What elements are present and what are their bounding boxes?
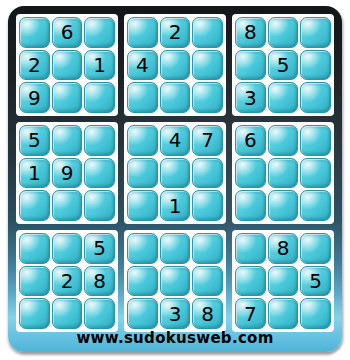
- cell-r5c7[interactable]: [235, 158, 266, 189]
- cell-r8c3[interactable]: 8: [84, 266, 115, 297]
- cell-r6c6[interactable]: [192, 190, 223, 221]
- cell-r9c5[interactable]: 3: [160, 298, 191, 329]
- cell-r6c3[interactable]: [84, 190, 115, 221]
- cell-r3c9[interactable]: [300, 82, 331, 113]
- cell-r4c3[interactable]: [84, 125, 115, 156]
- cell-r6c5[interactable]: 1: [160, 190, 191, 221]
- cell-r9c1[interactable]: [19, 298, 50, 329]
- cell-r2c3[interactable]: 1: [84, 50, 115, 81]
- cell-r8c7[interactable]: [235, 266, 266, 297]
- cell-r1c1[interactable]: [19, 17, 50, 48]
- cell-r5c6[interactable]: [192, 158, 223, 189]
- block-1-3: 853: [232, 14, 334, 116]
- cell-r1c2[interactable]: 6: [52, 17, 83, 48]
- footer-bar: www.sudokusweb.com: [8, 326, 342, 352]
- cell-r2c9[interactable]: [300, 50, 331, 81]
- cell-r2c6[interactable]: [192, 50, 223, 81]
- cell-r2c4[interactable]: 4: [127, 50, 158, 81]
- cell-r8c6[interactable]: [192, 266, 223, 297]
- cell-r2c1[interactable]: 2: [19, 50, 50, 81]
- cell-r8c5[interactable]: [160, 266, 191, 297]
- cell-r5c1[interactable]: 1: [19, 158, 50, 189]
- cell-r9c7[interactable]: 7: [235, 298, 266, 329]
- cell-r5c9[interactable]: [300, 158, 331, 189]
- cell-r8c1[interactable]: [19, 266, 50, 297]
- cell-r7c2[interactable]: [52, 233, 83, 264]
- cell-r3c3[interactable]: [84, 82, 115, 113]
- cell-r9c2[interactable]: [52, 298, 83, 329]
- cell-r9c6[interactable]: 8: [192, 298, 223, 329]
- block-1-1: 6219: [16, 14, 118, 116]
- cell-r1c5[interactable]: 2: [160, 17, 191, 48]
- cell-r3c1[interactable]: 9: [19, 82, 50, 113]
- cell-r2c8[interactable]: 5: [268, 50, 299, 81]
- cell-r5c2[interactable]: 9: [52, 158, 83, 189]
- cell-r5c3[interactable]: [84, 158, 115, 189]
- cell-r3c4[interactable]: [127, 82, 158, 113]
- cell-r4c2[interactable]: [52, 125, 83, 156]
- cell-r6c2[interactable]: [52, 190, 83, 221]
- cell-r2c2[interactable]: [52, 50, 83, 81]
- cell-r4c7[interactable]: 6: [235, 125, 266, 156]
- cell-r4c1[interactable]: 5: [19, 125, 50, 156]
- cell-r3c6[interactable]: [192, 82, 223, 113]
- cell-r7c1[interactable]: [19, 233, 50, 264]
- cell-r5c4[interactable]: [127, 158, 158, 189]
- block-2-1: 519: [16, 122, 118, 224]
- block-1-2: 24: [124, 14, 226, 116]
- cell-r7c7[interactable]: [235, 233, 266, 264]
- cell-r5c8[interactable]: [268, 158, 299, 189]
- cell-r3c5[interactable]: [160, 82, 191, 113]
- cell-r7c8[interactable]: 8: [268, 233, 299, 264]
- cell-r4c5[interactable]: 4: [160, 125, 191, 156]
- cell-r4c4[interactable]: [127, 125, 158, 156]
- cell-r3c8[interactable]: [268, 82, 299, 113]
- cell-r6c9[interactable]: [300, 190, 331, 221]
- cell-r1c6[interactable]: [192, 17, 223, 48]
- cell-r4c6[interactable]: 7: [192, 125, 223, 156]
- cell-r8c2[interactable]: 2: [52, 266, 83, 297]
- cell-r7c5[interactable]: [160, 233, 191, 264]
- cell-r9c8[interactable]: [268, 298, 299, 329]
- cell-r6c1[interactable]: [19, 190, 50, 221]
- cell-r7c6[interactable]: [192, 233, 223, 264]
- block-3-3: 857: [232, 230, 334, 332]
- cell-r1c7[interactable]: 8: [235, 17, 266, 48]
- block-3-1: 528: [16, 230, 118, 332]
- cell-r9c4[interactable]: [127, 298, 158, 329]
- cell-r2c5[interactable]: [160, 50, 191, 81]
- cell-r5c5[interactable]: [160, 158, 191, 189]
- block-2-3: 6: [232, 122, 334, 224]
- cell-r6c7[interactable]: [235, 190, 266, 221]
- cell-r3c2[interactable]: [52, 82, 83, 113]
- cell-r8c4[interactable]: [127, 266, 158, 297]
- sudoku-grid: 621924853519471652838857: [16, 14, 334, 332]
- sudoku-board-panel: 621924853519471652838857 www.sudokusweb.…: [8, 6, 342, 352]
- cell-r9c3[interactable]: [84, 298, 115, 329]
- cell-r1c3[interactable]: [84, 17, 115, 48]
- cell-r7c9[interactable]: [300, 233, 331, 264]
- cell-r1c4[interactable]: [127, 17, 158, 48]
- cell-r1c8[interactable]: [268, 17, 299, 48]
- cell-r7c4[interactable]: [127, 233, 158, 264]
- block-2-2: 471: [124, 122, 226, 224]
- block-3-2: 38: [124, 230, 226, 332]
- cell-r8c8[interactable]: [268, 266, 299, 297]
- cell-r8c9[interactable]: 5: [300, 266, 331, 297]
- website-link[interactable]: www.sudokusweb.com: [76, 329, 273, 350]
- cell-r6c4[interactable]: [127, 190, 158, 221]
- cell-r4c9[interactable]: [300, 125, 331, 156]
- cell-r9c9[interactable]: [300, 298, 331, 329]
- cell-r1c9[interactable]: [300, 17, 331, 48]
- cell-r7c3[interactable]: 5: [84, 233, 115, 264]
- cell-r4c8[interactable]: [268, 125, 299, 156]
- sudoku-page: 621924853519471652838857 www.sudokusweb.…: [0, 0, 350, 360]
- cell-r3c7[interactable]: 3: [235, 82, 266, 113]
- cell-r2c7[interactable]: [235, 50, 266, 81]
- cell-r6c8[interactable]: [268, 190, 299, 221]
